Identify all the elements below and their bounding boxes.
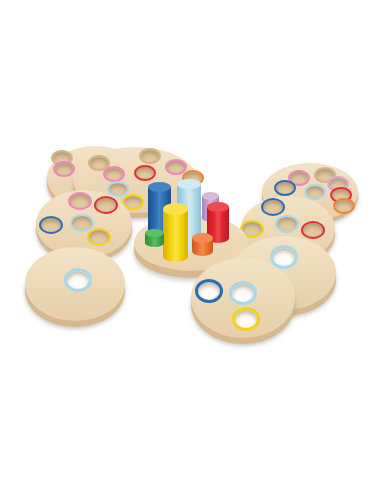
- peg-cap: [163, 203, 188, 215]
- peg-cap: [177, 179, 201, 189]
- hole-pink-ring: [53, 161, 75, 177]
- hole-pink-ring: [68, 192, 92, 210]
- hole-orange-ring: [333, 198, 355, 214]
- hole-cyan-ring: [275, 215, 299, 233]
- hole-red-ring: [134, 165, 156, 181]
- hole-red-ring: [94, 196, 118, 214]
- hole-cyan-ring: [304, 184, 326, 200]
- hole-red-ring: [301, 221, 325, 239]
- hole-cyan-ring: [229, 281, 257, 305]
- peg-body: [163, 209, 188, 262]
- hole-blue-ring: [274, 180, 296, 196]
- peg-cap: [207, 202, 229, 212]
- product-photo-wooden-sorting-game: [0, 0, 381, 492]
- hole-blue-ring: [261, 198, 285, 216]
- hole-blue-ring: [195, 279, 223, 303]
- hole-blue-ring: [39, 216, 63, 234]
- peg-cap: [192, 233, 213, 243]
- hole-yellow-ring: [232, 307, 260, 331]
- hole-cyan-ring: [64, 268, 92, 292]
- peg-cap: [202, 192, 219, 200]
- peg-cap: [145, 229, 164, 237]
- hole-yellow-ring: [87, 228, 111, 246]
- hole-plain: [139, 148, 161, 164]
- peg-cap: [148, 182, 171, 192]
- hole-pink-ring: [103, 166, 125, 182]
